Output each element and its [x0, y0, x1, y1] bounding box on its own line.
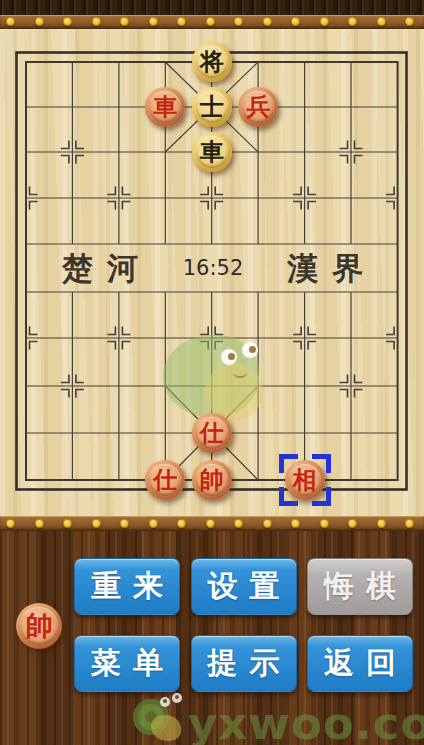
piece-black-chariot[interactable]: 車	[192, 132, 232, 172]
gold-stud	[35, 17, 44, 26]
xiangqi-board[interactable]: 楚河 16:52 漢界 将車士兵車仕仕帥相	[0, 29, 424, 516]
gold-stud	[320, 519, 329, 528]
gold-stud	[149, 17, 158, 26]
gold-stud	[63, 17, 72, 26]
gold-stud	[120, 17, 129, 26]
gold-stud	[405, 17, 414, 26]
app-screen: 楚河 16:52 漢界 将車士兵車仕仕帥相 帥 重来设置悔棋菜单提示返回 yxw…	[0, 0, 424, 745]
piece-red-general[interactable]: 帥	[192, 460, 232, 500]
game-timer: 16:52	[183, 256, 244, 280]
button-grid: 重来设置悔棋菜单提示返回	[74, 558, 413, 692]
site-watermark: yxwoo.com	[188, 697, 424, 745]
gold-stud	[6, 519, 15, 528]
gold-stud	[234, 519, 243, 528]
turn-indicator-piece: 帥	[16, 603, 62, 649]
top-stud-strip	[0, 15, 424, 29]
gold-stud	[291, 519, 300, 528]
gold-stud	[206, 17, 215, 26]
gold-stud	[320, 17, 329, 26]
gold-stud	[405, 519, 414, 528]
piece-black-advisor[interactable]: 士	[192, 87, 232, 127]
piece-red-elephant[interactable]: 相	[285, 460, 325, 500]
control-panel: 帥 重来设置悔棋菜单提示返回 yxwoo.com	[0, 531, 424, 745]
piece-black-general[interactable]: 将	[192, 42, 232, 82]
gold-stud	[6, 17, 15, 26]
gold-stud	[177, 519, 186, 528]
gold-stud	[377, 519, 386, 528]
gold-stud	[377, 17, 386, 26]
selection-marker	[279, 454, 331, 506]
gold-stud	[291, 17, 300, 26]
gold-stud	[177, 17, 186, 26]
river-label-left: 楚河	[30, 248, 170, 290]
gold-stud	[263, 519, 272, 528]
gold-stud	[92, 519, 101, 528]
gold-stud	[263, 17, 272, 26]
piece-red-soldier[interactable]: 兵	[238, 87, 278, 127]
settings-button[interactable]: 设置	[191, 558, 297, 615]
gold-stud	[348, 519, 357, 528]
gold-stud	[63, 519, 72, 528]
gold-stud	[206, 519, 215, 528]
gold-stud	[92, 17, 101, 26]
river-label-right: 漢界	[255, 248, 395, 290]
undo-button: 悔棋	[307, 558, 413, 615]
restart-button[interactable]: 重来	[74, 558, 180, 615]
gold-stud	[348, 17, 357, 26]
back-button[interactable]: 返回	[307, 635, 413, 692]
bottom-stud-strip	[0, 516, 424, 531]
hint-button[interactable]: 提示	[191, 635, 297, 692]
top-wood-bar	[0, 0, 424, 15]
logo-snail-icon	[133, 695, 185, 743]
gold-stud	[234, 17, 243, 26]
gold-stud	[149, 519, 158, 528]
piece-red-advisor[interactable]: 仕	[192, 413, 232, 453]
gold-stud	[120, 519, 129, 528]
menu-button[interactable]: 菜单	[74, 635, 180, 692]
gold-stud	[35, 519, 44, 528]
